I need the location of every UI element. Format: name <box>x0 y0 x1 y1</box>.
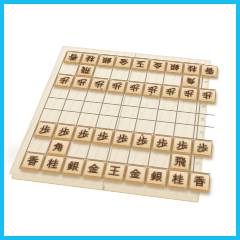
board-cell <box>96 115 119 130</box>
piece-kanji: 角 <box>185 76 195 86</box>
piece-kanji: 桂 <box>46 157 61 171</box>
rank-label: 一 <box>205 69 209 72</box>
shogi-piece-silver-sente: 銀 <box>61 157 85 175</box>
board-cell: 王 <box>103 162 128 181</box>
board-cell <box>107 145 131 164</box>
product-photo: 香桂銀金玉金銀桂香飛角歩歩歩歩歩歩歩歩歩歩歩歩歩歩歩歩歩歩角飛香桂銀金王金銀桂香… <box>0 0 240 240</box>
board-cell <box>81 101 103 115</box>
piece-kanji: 銀 <box>150 169 163 183</box>
board-cell: 銀 <box>61 157 87 176</box>
piece-kanji: 金 <box>118 58 129 67</box>
piece-kanji: 歩 <box>156 137 168 150</box>
piece-kanji: 歩 <box>116 132 129 144</box>
piece-kanji: 金 <box>87 162 101 176</box>
piece-kanji: 銀 <box>66 159 81 173</box>
board-cell <box>156 109 177 123</box>
board-cell <box>174 124 195 139</box>
shogi-piece-pawn-sente: 歩 <box>111 130 133 147</box>
board-cell: 歩 <box>131 132 154 150</box>
board-cell <box>87 143 112 162</box>
board-cell: 歩 <box>151 135 174 153</box>
board-cell: 金 <box>124 164 148 183</box>
board-cell: 歩 <box>172 137 194 155</box>
board-cell: 歩 <box>33 121 58 138</box>
board-cell: 香 <box>189 172 211 192</box>
board-cell: 金 <box>82 159 107 178</box>
piece-kanji: 歩 <box>75 77 87 87</box>
piece-kanji: 銀 <box>101 56 112 65</box>
rank-label: 四 <box>201 104 206 108</box>
piece-kanji: 香 <box>193 174 206 188</box>
shogi-piece-pawn-sente: 歩 <box>151 135 172 152</box>
board-cell <box>27 136 53 154</box>
shogi-piece-pawn-gote: 歩 <box>143 83 162 97</box>
shogi-piece-knight-sente: 桂 <box>41 154 66 172</box>
shogi-piece-silver-gote: 銀 <box>165 61 183 74</box>
piece-kanji: 金 <box>152 61 163 70</box>
shogi-piece-pawn-sente: 歩 <box>72 126 95 142</box>
board-cell <box>190 155 211 174</box>
piece-kanji: 桂 <box>172 172 185 186</box>
board-cell: 歩 <box>91 128 115 146</box>
board-cell: 桂 <box>41 154 67 172</box>
shogi-piece-king-sente: 王 <box>103 162 127 181</box>
board-cell: 銀 <box>145 167 169 186</box>
piece-kanji: 歩 <box>147 85 158 95</box>
board-cell <box>177 100 197 114</box>
board-cell: 歩 <box>52 124 76 141</box>
piece-kanji: 歩 <box>197 141 209 154</box>
piece-kanji: 歩 <box>176 139 188 152</box>
shogi-piece-pawn-gote: 歩 <box>125 81 145 95</box>
shogi-piece-pawn-sente: 歩 <box>33 121 56 137</box>
star-point <box>141 134 143 136</box>
rank-label: 七 <box>197 145 202 149</box>
piece-kanji: 歩 <box>129 83 141 93</box>
board-cell <box>135 120 157 135</box>
piece-kanji: 歩 <box>38 123 52 135</box>
piece-kanji: 王 <box>108 164 122 178</box>
piece-kanji: 歩 <box>96 130 109 142</box>
shogi-piece-lance-sente: 香 <box>189 172 211 192</box>
piece-kanji: 歩 <box>58 76 71 86</box>
piece-kanji: 香 <box>25 154 40 167</box>
board-surface: 香桂銀金玉金銀桂香飛角歩歩歩歩歩歩歩歩歩歩歩歩歩歩歩歩歩歩角飛香桂銀金王金銀桂香… <box>8 46 211 199</box>
board-cell <box>194 126 214 141</box>
shogi-piece-lance-sente: 香 <box>20 152 45 170</box>
rank-label: 三 <box>203 92 207 95</box>
rank-label: 九 <box>194 177 199 182</box>
board-cell: 桂 <box>167 169 191 189</box>
board-cell <box>128 148 152 167</box>
board-cell <box>176 111 197 126</box>
scene: 香桂銀金玉金銀桂香飛角歩歩歩歩歩歩歩歩歩歩歩歩歩歩歩歩歩歩角飛香桂銀金王金銀桂香… <box>36 26 206 196</box>
shogi-piece-knight-gote: 桂 <box>183 63 201 76</box>
board-cell <box>100 103 122 117</box>
board-cell <box>58 111 81 126</box>
piece-kanji: 金 <box>129 167 143 181</box>
piece-kanji: 桂 <box>84 54 96 63</box>
piece-kanji: 歩 <box>77 128 91 140</box>
piece-kanji: 香 <box>67 53 79 62</box>
shogi-piece-pawn-gote: 歩 <box>179 87 198 101</box>
board-cell <box>66 141 91 159</box>
shogi-piece-gold-gote: 金 <box>148 59 166 71</box>
piece-kanji: 銀 <box>169 63 179 72</box>
piece-kanji: 玉 <box>135 59 146 68</box>
board-grid: 香桂銀金玉金銀桂香飛角歩歩歩歩歩歩歩歩歩歩歩歩歩歩歩歩歩歩角飛香桂銀金王金銀桂香 <box>19 51 205 191</box>
piece-kanji: 桂 <box>187 64 197 73</box>
rank-label: 六 <box>199 131 204 135</box>
board-cell <box>115 117 137 132</box>
shogi-piece-pawn-sente: 歩 <box>192 139 213 156</box>
shogi-piece-king-gote: 玉 <box>131 58 150 70</box>
board-cell <box>118 105 140 119</box>
board-cell <box>77 113 100 128</box>
piece-kanji: 飛 <box>174 155 186 168</box>
shogi-piece-gold-sente: 金 <box>124 164 147 183</box>
piece-kanji: 飛 <box>80 66 92 75</box>
board-cell <box>39 109 62 123</box>
board-cell: 歩 <box>192 139 213 157</box>
board-cell <box>154 122 176 137</box>
star-point <box>88 128 91 130</box>
piece-kanji: 歩 <box>93 79 105 89</box>
board-cell: 歩 <box>111 130 134 148</box>
shogi-piece-pawn-gote: 歩 <box>107 79 127 93</box>
board-cell: 歩 <box>72 126 96 143</box>
shogi-piece-bishop-gote: 角 <box>181 74 199 87</box>
shogi-piece-pawn-sente: 歩 <box>172 137 193 154</box>
shogi-piece-gold-gote: 金 <box>114 56 133 68</box>
shogi-piece-rook-sente: 飛 <box>169 153 191 171</box>
piece-kanji: 角 <box>52 141 66 154</box>
board-cell <box>62 99 84 113</box>
shogi-piece-pawn-sente: 歩 <box>92 128 114 145</box>
rank-label: 八 <box>196 161 201 166</box>
piece-kanji: 歩 <box>57 126 71 138</box>
shogi-piece-bishop-sente: 角 <box>47 139 71 156</box>
board-cell <box>148 150 171 169</box>
board-cell: 角 <box>46 139 71 157</box>
piece-kanji: 歩 <box>165 87 176 97</box>
shogi-piece-pawn-gote: 歩 <box>161 85 180 99</box>
piece-kanji: 歩 <box>111 81 123 91</box>
piece-kanji: 歩 <box>183 88 194 98</box>
shogi-piece-knight-sente: 桂 <box>167 169 189 188</box>
piece-kanji: 歩 <box>136 134 149 146</box>
shogi-piece-pawn-sente: 歩 <box>53 124 76 140</box>
shogi-piece-pawn-sente: 歩 <box>131 132 153 149</box>
board-cell: 香 <box>20 152 46 170</box>
rank-label: 五 <box>200 117 205 121</box>
shogi-piece-gold-sente: 金 <box>82 159 106 178</box>
shogi-board: 香桂銀金玉金銀桂香飛角歩歩歩歩歩歩歩歩歩歩歩歩歩歩歩歩歩歩角飛香桂銀金王金銀桂香… <box>8 46 211 199</box>
rank-label: 二 <box>204 80 208 83</box>
board-cell: 飛 <box>169 153 192 172</box>
shogi-piece-silver-sente: 銀 <box>145 167 168 186</box>
board-cell <box>195 113 214 128</box>
board-cell <box>137 107 158 121</box>
